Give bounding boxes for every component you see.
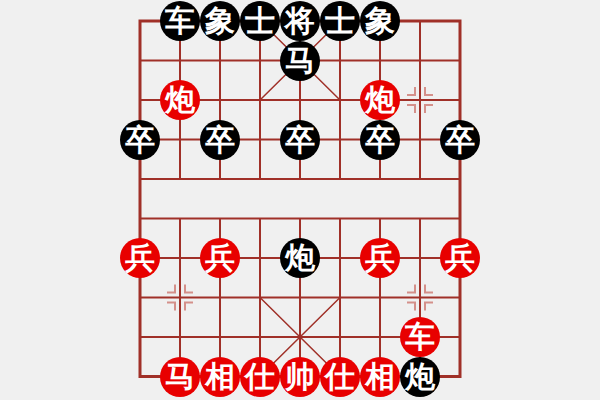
piece-red-soldier[interactable]: 兵 xyxy=(120,238,160,278)
piece-red-cannon[interactable]: 炮 xyxy=(160,80,200,120)
piece-black-cannon[interactable]: 炮 xyxy=(280,238,320,278)
piece-black-elephant[interactable]: 象 xyxy=(360,1,400,41)
piece-red-cannon[interactable]: 炮 xyxy=(360,80,400,120)
piece-black-chariot[interactable]: 车 xyxy=(160,1,200,41)
piece-black-soldier[interactable]: 卒 xyxy=(360,120,400,160)
xiangqi-app-canvas: 车象士将士象马炮炮卒卒卒卒卒兵兵炮兵兵车马相仕帅仕相炮 xyxy=(0,0,600,400)
piece-red-elephant[interactable]: 相 xyxy=(200,357,240,397)
piece-red-general[interactable]: 帅 xyxy=(280,357,320,397)
piece-black-soldier[interactable]: 卒 xyxy=(120,120,160,160)
piece-black-soldier[interactable]: 卒 xyxy=(280,120,320,160)
piece-red-soldier[interactable]: 兵 xyxy=(200,238,240,278)
xiangqi-board: 车象士将士象马炮炮卒卒卒卒卒兵兵炮兵兵车马相仕帅仕相炮 xyxy=(120,2,480,397)
piece-black-horse[interactable]: 马 xyxy=(280,41,320,81)
piece-black-soldier[interactable]: 卒 xyxy=(440,120,480,160)
piece-red-advisor[interactable]: 仕 xyxy=(320,357,360,397)
piece-red-soldier[interactable]: 兵 xyxy=(440,238,480,278)
piece-red-elephant[interactable]: 相 xyxy=(360,357,400,397)
piece-black-cannon[interactable]: 炮 xyxy=(400,357,440,397)
piece-black-general[interactable]: 将 xyxy=(280,1,320,41)
piece-black-elephant[interactable]: 象 xyxy=(200,1,240,41)
piece-red-advisor[interactable]: 仕 xyxy=(240,357,280,397)
piece-red-horse[interactable]: 马 xyxy=(160,357,200,397)
piece-red-soldier[interactable]: 兵 xyxy=(360,238,400,278)
piece-black-advisor[interactable]: 士 xyxy=(320,1,360,41)
piece-black-soldier[interactable]: 卒 xyxy=(200,120,240,160)
piece-black-advisor[interactable]: 士 xyxy=(240,1,280,41)
piece-red-chariot[interactable]: 车 xyxy=(400,317,440,357)
